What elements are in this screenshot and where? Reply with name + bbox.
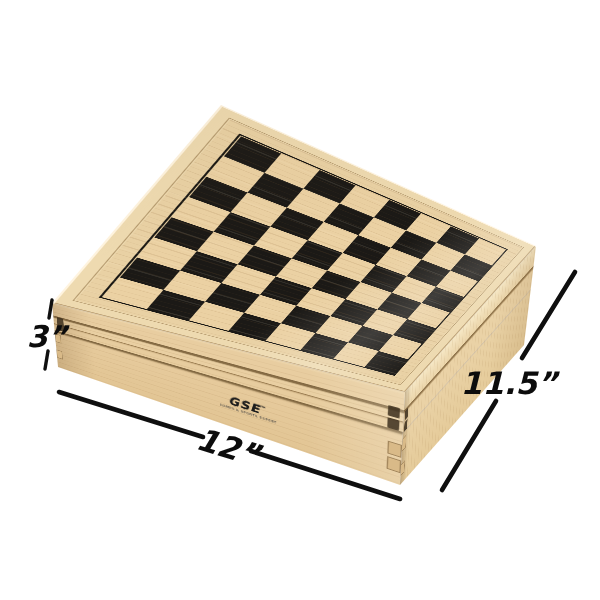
finger-joint <box>402 435 407 452</box>
brand-logo: GSE™ GAMES & SPORTS EXPERT <box>217 389 279 429</box>
height-dimension-label: 3” <box>18 319 76 354</box>
finger-joint <box>400 460 404 476</box>
drawer-slot <box>388 405 400 419</box>
trademark-symbol: ™ <box>260 404 267 412</box>
drawer-slot <box>404 419 407 432</box>
product-photo-scene: GSE™ GAMES & SPORTS EXPERT 3” 12” 11.5” <box>0 0 600 600</box>
finger-joint <box>387 441 402 458</box>
drawer-slot <box>387 417 399 431</box>
finger-joint <box>387 456 402 473</box>
depth-dimension-label: 11.5” <box>452 365 566 401</box>
